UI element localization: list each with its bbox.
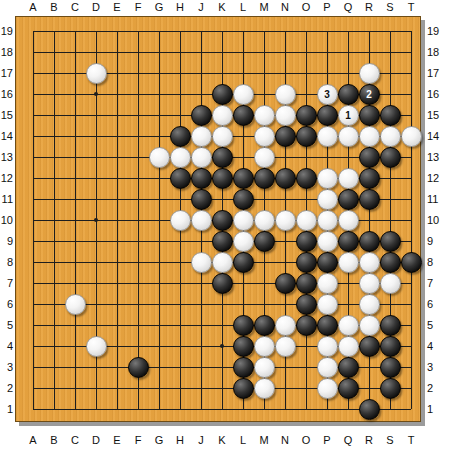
black-stone[interactable]: [296, 126, 317, 147]
white-stone[interactable]: [317, 231, 338, 252]
white-stone[interactable]: [275, 105, 296, 126]
white-stone[interactable]: [359, 273, 380, 294]
row-label-left: 12: [0, 170, 13, 186]
black-stone[interactable]: [317, 315, 338, 336]
column-label-bottom: D: [86, 433, 106, 448]
white-stone[interactable]: [401, 126, 422, 147]
row-label-left: 13: [0, 149, 13, 165]
white-stone[interactable]: [212, 252, 233, 273]
column-label-bottom: E: [107, 433, 127, 448]
row-label-right: 19: [427, 23, 449, 39]
white-stone[interactable]: [317, 357, 338, 378]
black-stone[interactable]: [128, 357, 149, 378]
row-label-left: 18: [0, 44, 13, 60]
black-stone[interactable]: [359, 105, 380, 126]
white-stone[interactable]: [338, 336, 359, 357]
white-stone[interactable]: [65, 294, 86, 315]
white-stone[interactable]: [86, 336, 107, 357]
black-stone[interactable]: [380, 315, 401, 336]
black-stone[interactable]: [380, 231, 401, 252]
black-stone[interactable]: [212, 168, 233, 189]
black-stone[interactable]: [359, 189, 380, 210]
black-stone[interactable]: [380, 252, 401, 273]
white-stone[interactable]: [233, 84, 254, 105]
black-stone[interactable]: [254, 231, 275, 252]
row-label-right: 10: [427, 212, 449, 228]
white-stone[interactable]: [317, 189, 338, 210]
move-number-label: 3: [318, 85, 337, 104]
black-stone[interactable]: [233, 315, 254, 336]
column-label-bottom: J: [191, 433, 211, 448]
white-stone[interactable]: [317, 126, 338, 147]
move-number-label: 1: [339, 106, 358, 125]
black-stone[interactable]: 2: [359, 84, 380, 105]
white-stone[interactable]: [359, 315, 380, 336]
row-label-left: 9: [0, 233, 13, 249]
column-label-bottom: Q: [338, 433, 358, 448]
white-stone[interactable]: [380, 273, 401, 294]
column-label-bottom: A: [23, 433, 43, 448]
row-label-left: 4: [0, 338, 13, 354]
row-label-right: 9: [427, 233, 449, 249]
white-stone[interactable]: [317, 336, 338, 357]
column-label-bottom: T: [401, 433, 421, 448]
white-stone[interactable]: [149, 147, 170, 168]
white-stone[interactable]: [254, 126, 275, 147]
row-label-left: 5: [0, 317, 13, 333]
row-label-left: 11: [0, 191, 13, 207]
black-stone[interactable]: [233, 357, 254, 378]
row-label-right: 16: [427, 86, 449, 102]
white-stone[interactable]: 3: [317, 84, 338, 105]
white-stone[interactable]: [86, 63, 107, 84]
black-stone[interactable]: [212, 210, 233, 231]
black-stone[interactable]: [338, 357, 359, 378]
black-stone[interactable]: [401, 252, 422, 273]
row-label-left: 2: [0, 380, 13, 396]
column-label-bottom: P: [317, 433, 337, 448]
column-label-top: E: [107, 0, 127, 15]
column-label-top: T: [401, 0, 421, 15]
column-label-top: C: [65, 0, 85, 15]
white-stone[interactable]: [296, 210, 317, 231]
row-label-right: 13: [427, 149, 449, 165]
white-stone[interactable]: [317, 294, 338, 315]
row-label-right: 15: [427, 107, 449, 123]
column-label-bottom: S: [380, 433, 400, 448]
column-label-top: G: [149, 0, 169, 15]
black-stone[interactable]: [191, 189, 212, 210]
white-stone[interactable]: [191, 126, 212, 147]
row-label-right: 18: [427, 44, 449, 60]
white-stone[interactable]: [275, 336, 296, 357]
stones-layer: 321: [16, 17, 420, 421]
black-stone[interactable]: [170, 168, 191, 189]
black-stone[interactable]: [233, 378, 254, 399]
white-stone[interactable]: [254, 336, 275, 357]
column-label-top: R: [359, 0, 379, 15]
column-label-bottom: R: [359, 433, 379, 448]
column-label-top: B: [44, 0, 64, 15]
white-stone[interactable]: [338, 126, 359, 147]
white-stone[interactable]: [212, 105, 233, 126]
go-board-screenshot: ABCDEFGHJKLMNOPQRST ABCDEFGHJKLMNOPQRST …: [0, 0, 450, 450]
white-stone[interactable]: [191, 210, 212, 231]
black-stone[interactable]: [296, 168, 317, 189]
black-stone[interactable]: [254, 168, 275, 189]
column-label-bottom: B: [44, 433, 64, 448]
column-label-bottom: F: [128, 433, 148, 448]
white-stone[interactable]: [254, 357, 275, 378]
black-stone[interactable]: [380, 105, 401, 126]
black-stone[interactable]: [233, 336, 254, 357]
black-stone[interactable]: [212, 84, 233, 105]
white-stone[interactable]: [338, 252, 359, 273]
white-stone[interactable]: [359, 63, 380, 84]
black-stone[interactable]: [275, 273, 296, 294]
white-stone[interactable]: 1: [338, 105, 359, 126]
black-stone[interactable]: [380, 336, 401, 357]
row-label-right: 8: [427, 254, 449, 270]
row-label-left: 10: [0, 212, 13, 228]
row-label-left: 7: [0, 275, 13, 291]
row-label-left: 8: [0, 254, 13, 270]
white-stone[interactable]: [317, 273, 338, 294]
white-stone[interactable]: [338, 168, 359, 189]
white-stone[interactable]: [338, 210, 359, 231]
column-label-top: S: [380, 0, 400, 15]
black-stone[interactable]: [212, 231, 233, 252]
row-label-left: 1: [0, 401, 13, 417]
white-stone[interactable]: [338, 315, 359, 336]
white-stone[interactable]: [254, 210, 275, 231]
black-stone[interactable]: [296, 315, 317, 336]
black-stone[interactable]: [296, 294, 317, 315]
black-stone[interactable]: [380, 378, 401, 399]
white-stone[interactable]: [170, 210, 191, 231]
black-stone[interactable]: [170, 126, 191, 147]
row-label-left: 14: [0, 128, 13, 144]
black-stone[interactable]: [296, 105, 317, 126]
black-stone[interactable]: [191, 168, 212, 189]
column-label-bottom: M: [254, 433, 274, 448]
row-label-right: 7: [427, 275, 449, 291]
column-label-bottom: H: [170, 433, 190, 448]
white-stone[interactable]: [254, 105, 275, 126]
black-stone[interactable]: [212, 273, 233, 294]
row-label-left: 19: [0, 23, 13, 39]
black-stone[interactable]: [233, 105, 254, 126]
white-stone[interactable]: [212, 126, 233, 147]
row-label-right: 3: [427, 359, 449, 375]
white-stone[interactable]: [233, 210, 254, 231]
column-label-top: A: [23, 0, 43, 15]
black-stone[interactable]: [212, 147, 233, 168]
black-stone[interactable]: [359, 147, 380, 168]
black-stone[interactable]: [359, 336, 380, 357]
row-label-right: 14: [427, 128, 449, 144]
column-label-top: Q: [338, 0, 358, 15]
white-stone[interactable]: [317, 168, 338, 189]
column-label-top: P: [317, 0, 337, 15]
black-stone[interactable]: [233, 168, 254, 189]
row-label-right: 1: [427, 401, 449, 417]
move-number-label: 2: [360, 85, 379, 104]
row-label-right: 6: [427, 296, 449, 312]
black-stone[interactable]: [275, 126, 296, 147]
row-label-right: 11: [427, 191, 449, 207]
column-label-top: N: [275, 0, 295, 15]
black-stone[interactable]: [317, 105, 338, 126]
white-stone[interactable]: [359, 294, 380, 315]
column-label-bottom: G: [149, 433, 169, 448]
column-label-top: K: [212, 0, 232, 15]
white-stone[interactable]: [359, 126, 380, 147]
black-stone[interactable]: [296, 273, 317, 294]
column-label-bottom: L: [233, 433, 253, 448]
black-stone[interactable]: [338, 84, 359, 105]
column-label-top: H: [170, 0, 190, 15]
column-label-top: F: [128, 0, 148, 15]
white-stone[interactable]: [170, 147, 191, 168]
black-stone[interactable]: [359, 168, 380, 189]
row-label-right: 12: [427, 170, 449, 186]
black-stone[interactable]: [359, 399, 380, 420]
row-label-right: 4: [427, 338, 449, 354]
white-stone[interactable]: [317, 378, 338, 399]
column-label-top: J: [191, 0, 211, 15]
black-stone[interactable]: [317, 252, 338, 273]
white-stone[interactable]: [254, 378, 275, 399]
white-stone[interactable]: [380, 126, 401, 147]
column-label-top: M: [254, 0, 274, 15]
row-label-left: 3: [0, 359, 13, 375]
white-stone[interactable]: [254, 147, 275, 168]
black-stone[interactable]: [254, 315, 275, 336]
row-label-left: 15: [0, 107, 13, 123]
white-stone[interactable]: [359, 252, 380, 273]
white-stone[interactable]: [233, 231, 254, 252]
white-stone[interactable]: [275, 210, 296, 231]
black-stone[interactable]: [233, 252, 254, 273]
row-label-right: 17: [427, 65, 449, 81]
white-stone[interactable]: [191, 252, 212, 273]
black-stone[interactable]: [296, 231, 317, 252]
white-stone[interactable]: [275, 315, 296, 336]
white-stone[interactable]: [317, 210, 338, 231]
column-label-bottom: K: [212, 433, 232, 448]
column-label-top: L: [233, 0, 253, 15]
black-stone[interactable]: [233, 189, 254, 210]
row-label-left: 16: [0, 86, 13, 102]
black-stone[interactable]: [338, 231, 359, 252]
column-label-bottom: C: [65, 433, 85, 448]
row-label-right: 5: [427, 317, 449, 333]
row-label-left: 17: [0, 65, 13, 81]
black-stone[interactable]: [380, 147, 401, 168]
row-label-right: 2: [427, 380, 449, 396]
black-stone[interactable]: [359, 231, 380, 252]
black-stone[interactable]: [338, 378, 359, 399]
column-label-bottom: N: [275, 433, 295, 448]
column-label-top: O: [296, 0, 316, 15]
black-stone[interactable]: [338, 189, 359, 210]
white-stone[interactable]: [275, 84, 296, 105]
row-label-left: 6: [0, 296, 13, 312]
black-stone[interactable]: [275, 168, 296, 189]
column-label-bottom: O: [296, 433, 316, 448]
black-stone[interactable]: [296, 252, 317, 273]
black-stone[interactable]: [191, 105, 212, 126]
go-board[interactable]: 321: [15, 16, 421, 422]
black-stone[interactable]: [380, 357, 401, 378]
white-stone[interactable]: [191, 147, 212, 168]
column-label-top: D: [86, 0, 106, 15]
